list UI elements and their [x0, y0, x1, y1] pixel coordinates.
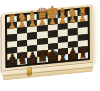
chess-set: ♜♞♝♛♚♝♞♜♟♟♟♟♟♟♟♟♟♟♟♟♟♟♟♟♜♞♝♛♚♝♞♜ [2, 5, 93, 81]
square-g1[interactable] [68, 53, 78, 60]
square-e1[interactable] [48, 55, 58, 62]
product-photo: ♜♞♝♛♚♝♞♜♟♟♟♟♟♟♟♟♟♟♟♟♟♟♟♟♜♞♝♛♚♝♞♜ [0, 0, 100, 91]
square-h1[interactable] [78, 52, 88, 59]
board-grid [7, 9, 88, 66]
case-lid-interior: ♜♞♝♛♚♝♞♜♟♟♟♟♟♟♟♟♟♟♟♟♟♟♟♟♜♞♝♛♚♝♞♜ [2, 5, 93, 71]
square-f1[interactable] [58, 54, 68, 61]
square-a1[interactable] [7, 59, 17, 66]
square-b1[interactable] [17, 58, 27, 65]
square-d1[interactable] [38, 56, 48, 63]
square-c1[interactable] [27, 57, 37, 64]
chess-board [5, 7, 90, 68]
case-seam [2, 67, 93, 77]
brass-clasp-icon [28, 68, 32, 75]
